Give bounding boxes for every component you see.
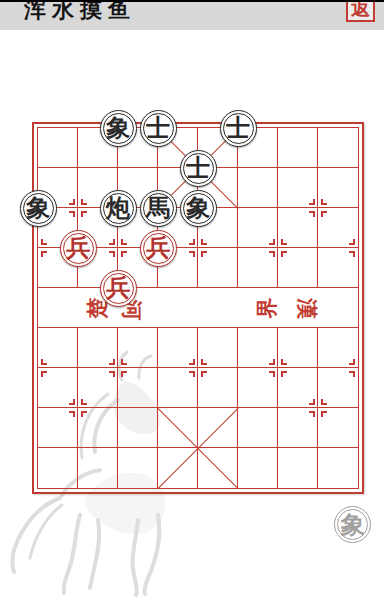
board-cell [278,128,318,168]
piece-士-d1[interactable]: 士 [140,110,177,147]
board-cell [38,288,78,328]
piece-glyph: 炮 [106,196,130,220]
piece-馬-d3[interactable]: 馬 [140,190,177,227]
piece-glyph: 象 [341,513,365,537]
piece-glyph: 馬 [146,196,170,220]
piece-兵-c5[interactable]: 兵 [100,270,137,307]
piece-兵-b4[interactable]: 兵 [60,230,97,267]
piece-glyph: 士 [226,116,250,140]
board-cell [238,408,278,448]
board-cell [118,448,158,488]
xiangqi-board: 楚河界漢象士士士象炮馬象兵兵兵 [37,127,359,489]
river-label: 漢 [294,296,320,322]
level-title: 浑水摸鱼 [24,0,136,25]
board-cell [318,288,358,328]
back-button[interactable]: 返 [346,0,375,22]
piece-炮-c3[interactable]: 炮 [100,190,137,227]
piece-glyph: 象 [186,196,210,220]
board-cell [318,128,358,168]
piece-士-f1[interactable]: 士 [220,110,257,147]
piece-glyph: 兵 [146,236,170,260]
header: 浑水摸鱼 返 [0,0,384,30]
piece-glyph: 象 [106,116,130,140]
piece-glyph: 象 [26,196,50,220]
piece-象-e3[interactable]: 象 [180,190,217,227]
piece-glyph: 兵 [66,236,90,260]
river-label: 界 [254,295,280,321]
board-cell [278,448,318,488]
piece-象-a3[interactable]: 象 [20,190,57,227]
piece-兵-d4[interactable]: 兵 [140,230,177,267]
board-cell [318,448,358,488]
piece-象-c1[interactable]: 象 [100,110,137,147]
piece-士-e2[interactable]: 士 [180,150,217,187]
board-cell [118,408,158,448]
tray-piece-象[interactable]: 象 [334,506,371,543]
piece-glyph: 兵 [106,276,130,300]
board-cell [38,448,78,488]
board-cell [38,128,78,168]
piece-glyph: 士 [186,156,210,180]
piece-glyph: 士 [146,116,170,140]
board-cell [238,448,278,488]
board-cell [238,168,278,208]
board-cell [158,288,198,328]
board-cell [78,448,118,488]
board-cell [198,288,238,328]
